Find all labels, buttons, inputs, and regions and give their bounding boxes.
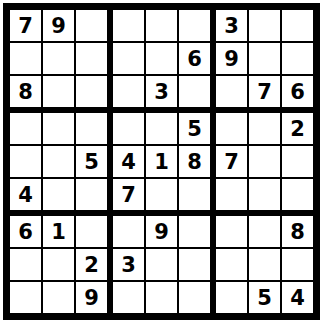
cell-r9c1[interactable] (10, 282, 43, 313)
sudoku-board: 793698376525418747619823954 (3, 3, 320, 320)
cell-r8c7[interactable] (216, 249, 249, 282)
cell-r4c8[interactable] (249, 113, 282, 146)
cell-r9c3[interactable]: 9 (76, 282, 113, 313)
cell-r8c4[interactable]: 3 (113, 249, 146, 282)
cell-r3c7[interactable] (216, 76, 249, 113)
cell-r7c8[interactable] (249, 216, 282, 249)
cell-r3c5[interactable]: 3 (146, 76, 179, 113)
cell-r9c9[interactable]: 4 (282, 282, 313, 313)
cell-r4c3[interactable] (76, 113, 113, 146)
cell-r4c5[interactable] (146, 113, 179, 146)
cell-r5c6[interactable]: 8 (179, 146, 216, 179)
cell-r1c2[interactable]: 9 (43, 10, 76, 43)
cell-r8c5[interactable] (146, 249, 179, 282)
cell-r3c1[interactable]: 8 (10, 76, 43, 113)
cell-r1c1[interactable]: 7 (10, 10, 43, 43)
cell-r3c8[interactable]: 7 (249, 76, 282, 113)
cell-r9c8[interactable]: 5 (249, 282, 282, 313)
cell-r8c8[interactable] (249, 249, 282, 282)
cell-r2c9[interactable] (282, 43, 313, 76)
cell-r5c5[interactable]: 1 (146, 146, 179, 179)
cell-r1c8[interactable] (249, 10, 282, 43)
cell-r2c6[interactable]: 6 (179, 43, 216, 76)
cell-r6c3[interactable] (76, 179, 113, 216)
cell-r6c1[interactable]: 4 (10, 179, 43, 216)
cell-r1c6[interactable] (179, 10, 216, 43)
cell-r2c7[interactable]: 9 (216, 43, 249, 76)
cell-r6c4[interactable]: 7 (113, 179, 146, 216)
cell-r7c9[interactable]: 8 (282, 216, 313, 249)
cell-r4c9[interactable]: 2 (282, 113, 313, 146)
cell-r8c2[interactable] (43, 249, 76, 282)
cell-r6c8[interactable] (249, 179, 282, 216)
cell-r6c9[interactable] (282, 179, 313, 216)
cell-r4c7[interactable] (216, 113, 249, 146)
cell-r5c8[interactable] (249, 146, 282, 179)
cell-r4c1[interactable] (10, 113, 43, 146)
cell-r6c7[interactable] (216, 179, 249, 216)
cell-r1c4[interactable] (113, 10, 146, 43)
cell-r5c2[interactable] (43, 146, 76, 179)
cell-r1c5[interactable] (146, 10, 179, 43)
cell-r8c9[interactable] (282, 249, 313, 282)
cell-r7c3[interactable] (76, 216, 113, 249)
cell-r1c3[interactable] (76, 10, 113, 43)
cell-r9c5[interactable] (146, 282, 179, 313)
cell-r7c7[interactable] (216, 216, 249, 249)
sudoku-page: 793698376525418747619823954 (0, 0, 325, 323)
cell-r5c1[interactable] (10, 146, 43, 179)
cell-r1c7[interactable]: 3 (216, 10, 249, 43)
cell-r9c4[interactable] (113, 282, 146, 313)
cell-r5c4[interactable]: 4 (113, 146, 146, 179)
cell-r2c4[interactable] (113, 43, 146, 76)
cell-r8c1[interactable] (10, 249, 43, 282)
cell-r8c6[interactable] (179, 249, 216, 282)
cell-r3c4[interactable] (113, 76, 146, 113)
cell-r9c2[interactable] (43, 282, 76, 313)
cell-r3c2[interactable] (43, 76, 76, 113)
cell-r6c6[interactable] (179, 179, 216, 216)
cell-r7c5[interactable]: 9 (146, 216, 179, 249)
cell-r6c5[interactable] (146, 179, 179, 216)
cell-r2c5[interactable] (146, 43, 179, 76)
cell-r3c3[interactable] (76, 76, 113, 113)
cell-r7c6[interactable] (179, 216, 216, 249)
cell-r2c8[interactable] (249, 43, 282, 76)
cell-r4c4[interactable] (113, 113, 146, 146)
cell-r2c1[interactable] (10, 43, 43, 76)
cell-r3c6[interactable] (179, 76, 216, 113)
cell-r5c3[interactable]: 5 (76, 146, 113, 179)
cell-r7c1[interactable]: 6 (10, 216, 43, 249)
cell-r1c9[interactable] (282, 10, 313, 43)
cell-r7c4[interactable] (113, 216, 146, 249)
cell-r5c9[interactable] (282, 146, 313, 179)
cell-r2c2[interactable] (43, 43, 76, 76)
cell-r8c3[interactable]: 2 (76, 249, 113, 282)
cell-r9c6[interactable] (179, 282, 216, 313)
cell-r4c2[interactable] (43, 113, 76, 146)
cell-r9c7[interactable] (216, 282, 249, 313)
cell-r4c6[interactable]: 5 (179, 113, 216, 146)
cell-r7c2[interactable]: 1 (43, 216, 76, 249)
cell-r2c3[interactable] (76, 43, 113, 76)
cell-r3c9[interactable]: 6 (282, 76, 313, 113)
cell-r5c7[interactable]: 7 (216, 146, 249, 179)
cell-r6c2[interactable] (43, 179, 76, 216)
